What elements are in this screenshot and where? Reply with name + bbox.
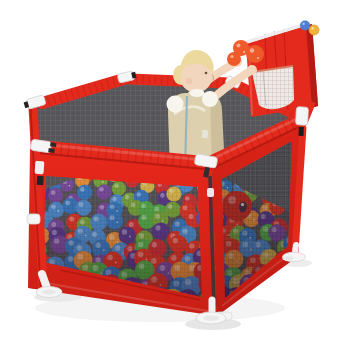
playpen-scene	[0, 0, 350, 350]
suction-foot-back-left	[27, 214, 40, 224]
corner-cap-blue	[300, 21, 310, 31]
pole-front-clip	[207, 188, 214, 197]
corner-cap-yellow	[309, 25, 319, 35]
vest-label	[202, 130, 209, 138]
toddler-collar	[190, 89, 205, 97]
product-photo	[0, 0, 350, 350]
toddler-hand	[247, 65, 257, 75]
toddler-ear	[186, 78, 192, 84]
toddler-sleeve	[167, 96, 184, 113]
toddler-eye	[205, 72, 208, 75]
